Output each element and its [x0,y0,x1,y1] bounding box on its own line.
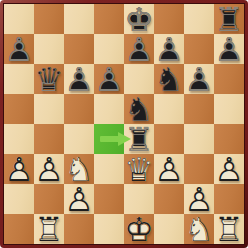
white-pawn-glyph-outline: ♙ [214,154,244,184]
black-queen-glyph-fill: ♛ [34,64,64,94]
black-pawn-glyph-outline: ♙ [64,64,94,94]
square-c7[interactable] [64,34,94,64]
square-c3[interactable]: ♞♘ [64,154,94,184]
white-pawn-glyph-fill: ♟ [184,184,214,214]
white-pawn-glyph-outline: ♙ [184,184,214,214]
white-knight-g1[interactable]: ♞♘ [184,214,214,244]
square-f8[interactable] [154,4,184,34]
square-a8[interactable] [4,4,34,34]
black-knight-f6[interactable]: ♞♘ [154,64,184,94]
black-pawn-h7[interactable]: ♟♙ [214,34,244,64]
black-pawn-glyph-outline: ♙ [154,34,184,64]
black-pawn-glyph-fill: ♟ [124,34,154,64]
black-pawn-glyph-fill: ♟ [184,64,214,94]
square-g2[interactable]: ♟♙ [184,184,214,214]
white-pawn-glyph-outline: ♙ [4,154,34,184]
black-knight-glyph-fill: ♞ [124,94,154,124]
square-b1[interactable]: ♜♖ [34,214,64,244]
black-pawn-glyph-fill: ♟ [94,64,124,94]
square-b4[interactable] [34,124,64,154]
square-g6[interactable]: ♟♙ [184,64,214,94]
white-pawn-b3[interactable]: ♟♙ [34,154,64,184]
square-d8[interactable] [94,4,124,34]
square-c5[interactable] [64,94,94,124]
square-h6[interactable] [214,64,244,94]
white-pawn-glyph-fill: ♟ [214,154,244,184]
square-g7[interactable] [184,34,214,64]
white-rook-glyph-outline: ♖ [34,214,64,244]
square-b8[interactable] [34,4,64,34]
white-knight-glyph-outline: ♘ [64,154,94,184]
black-pawn-glyph-outline: ♙ [124,34,154,64]
white-knight-glyph-fill: ♞ [64,154,94,184]
black-rook-glyph-outline: ♖ [124,124,154,154]
square-g3[interactable] [184,154,214,184]
square-f4[interactable] [154,124,184,154]
black-pawn-glyph-fill: ♟ [64,64,94,94]
square-g8[interactable] [184,4,214,34]
chess-board: ♚♔♜♖♟♙♟♙♟♙♟♙♛♕♟♙♟♙♞♘♟♙♞♘♜♖♟♙♟♙♞♘♛♕♟♙♟♙♟♙… [3,3,245,245]
square-h3[interactable]: ♟♙ [214,154,244,184]
black-rook-glyph-fill: ♜ [214,4,244,34]
white-pawn-glyph-outline: ♙ [64,184,94,214]
black-pawn-glyph-fill: ♟ [4,34,34,64]
square-d7[interactable] [94,34,124,64]
square-b3[interactable]: ♟♙ [34,154,64,184]
black-pawn-glyph-fill: ♟ [214,34,244,64]
square-c6[interactable]: ♟♙ [64,64,94,94]
square-d6[interactable]: ♟♙ [94,64,124,94]
white-king-e1[interactable]: ♚♔ [124,214,154,244]
white-queen-glyph-outline: ♕ [124,154,154,184]
black-knight-e5[interactable]: ♞♘ [124,94,154,124]
black-pawn-e7[interactable]: ♟♙ [124,34,154,64]
white-knight-glyph-fill: ♞ [184,214,214,244]
black-pawn-d6[interactable]: ♟♙ [94,64,124,94]
square-h1[interactable]: ♜♖ [214,214,244,244]
square-h7[interactable]: ♟♙ [214,34,244,64]
black-king-glyph-outline: ♔ [124,4,154,34]
black-king-e8[interactable]: ♚♔ [124,4,154,34]
square-c8[interactable] [64,4,94,34]
square-g5[interactable] [184,94,214,124]
square-e8[interactable]: ♚♔ [124,4,154,34]
white-pawn-h3[interactable]: ♟♙ [214,154,244,184]
white-knight-glyph-outline: ♘ [184,214,214,244]
white-pawn-g2[interactable]: ♟♙ [184,184,214,214]
square-e5[interactable]: ♞♘ [124,94,154,124]
square-b5[interactable] [34,94,64,124]
square-e6[interactable] [124,64,154,94]
white-pawn-glyph-fill: ♟ [4,154,34,184]
white-rook-glyph-fill: ♜ [214,214,244,244]
white-pawn-glyph-fill: ♟ [64,184,94,214]
square-e3[interactable]: ♛♕ [124,154,154,184]
square-d1[interactable] [94,214,124,244]
black-pawn-c6[interactable]: ♟♙ [64,64,94,94]
square-g1[interactable]: ♞♘ [184,214,214,244]
square-h2[interactable] [214,184,244,214]
square-f5[interactable] [154,94,184,124]
white-queen-glyph-fill: ♛ [124,154,154,184]
white-rook-glyph-fill: ♜ [34,214,64,244]
black-queen-glyph-outline: ♕ [34,64,64,94]
white-rook-glyph-outline: ♖ [214,214,244,244]
square-a6[interactable] [4,64,34,94]
square-g4[interactable] [184,124,214,154]
white-pawn-glyph-fill: ♟ [34,154,64,184]
square-a2[interactable] [4,184,34,214]
square-e1[interactable]: ♚♔ [124,214,154,244]
black-knight-glyph-outline: ♘ [154,64,184,94]
square-b6[interactable]: ♛♕ [34,64,64,94]
white-rook-h1[interactable]: ♜♖ [214,214,244,244]
black-pawn-glyph-outline: ♙ [94,64,124,94]
white-knight-c3[interactable]: ♞♘ [64,154,94,184]
black-pawn-f7[interactable]: ♟♙ [154,34,184,64]
square-a5[interactable] [4,94,34,124]
board-frame: ♚♔♜♖♟♙♟♙♟♙♟♙♛♕♟♙♟♙♞♘♟♙♞♘♜♖♟♙♟♙♞♘♛♕♟♙♟♙♟♙… [0,0,248,248]
black-knight-glyph-outline: ♘ [124,94,154,124]
square-e2[interactable] [124,184,154,214]
square-b7[interactable] [34,34,64,64]
square-a3[interactable]: ♟♙ [4,154,34,184]
white-pawn-f3[interactable]: ♟♙ [154,154,184,184]
square-c1[interactable] [64,214,94,244]
black-pawn-glyph-outline: ♙ [214,34,244,64]
square-d5[interactable] [94,94,124,124]
black-pawn-a7[interactable]: ♟♙ [4,34,34,64]
black-queen-b6[interactable]: ♛♕ [34,64,64,94]
white-pawn-c2[interactable]: ♟♙ [64,184,94,214]
square-b2[interactable] [34,184,64,214]
black-knight-glyph-fill: ♞ [154,64,184,94]
square-c2[interactable]: ♟♙ [64,184,94,214]
square-d2[interactable] [94,184,124,214]
black-rook-glyph-fill: ♜ [124,124,154,154]
square-e7[interactable]: ♟♙ [124,34,154,64]
square-f1[interactable] [154,214,184,244]
square-a7[interactable]: ♟♙ [4,34,34,64]
white-pawn-glyph-outline: ♙ [34,154,64,184]
square-h5[interactable] [214,94,244,124]
square-f7[interactable]: ♟♙ [154,34,184,64]
square-a1[interactable] [4,214,34,244]
white-rook-b1[interactable]: ♜♖ [34,214,64,244]
black-pawn-glyph-outline: ♙ [184,64,214,94]
square-h8[interactable]: ♜♖ [214,4,244,34]
square-f3[interactable]: ♟♙ [154,154,184,184]
black-rook-glyph-outline: ♖ [214,4,244,34]
black-rook-e4[interactable]: ♜♖ [124,124,154,154]
black-king-glyph-fill: ♚ [124,4,154,34]
square-d4[interactable] [94,124,124,154]
square-f6[interactable]: ♞♘ [154,64,184,94]
black-pawn-g6[interactable]: ♟♙ [184,64,214,94]
white-king-glyph-outline: ♔ [124,214,154,244]
square-d3[interactable] [94,154,124,184]
white-pawn-glyph-outline: ♙ [154,154,184,184]
square-f2[interactable] [154,184,184,214]
square-h4[interactable] [214,124,244,154]
black-rook-h8[interactable]: ♜♖ [214,4,244,34]
white-pawn-a3[interactable]: ♟♙ [4,154,34,184]
black-pawn-glyph-outline: ♙ [4,34,34,64]
square-c4[interactable] [64,124,94,154]
square-e4[interactable]: ♜♖ [124,124,154,154]
white-pawn-glyph-fill: ♟ [154,154,184,184]
white-king-glyph-fill: ♚ [124,214,154,244]
white-queen-e3[interactable]: ♛♕ [124,154,154,184]
square-a4[interactable] [4,124,34,154]
black-pawn-glyph-fill: ♟ [154,34,184,64]
